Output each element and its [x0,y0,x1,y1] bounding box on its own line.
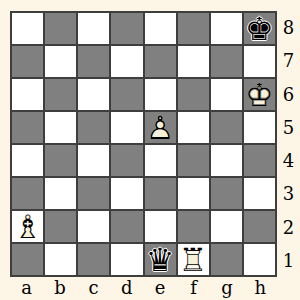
square-d8[interactable] [111,13,142,44]
white-bishop: ♝♗ [12,211,43,242]
square-h7[interactable] [244,46,275,77]
square-c6[interactable] [78,79,109,110]
square-e8[interactable] [145,13,176,44]
file-label-b: b [43,277,76,299]
square-g3[interactable] [211,178,242,209]
square-a7[interactable] [12,46,43,77]
file-label-f: f [177,277,210,299]
rank-label-7: 7 [278,44,299,77]
square-b3[interactable] [45,178,76,209]
square-d5[interactable] [111,112,142,143]
square-c8[interactable] [78,13,109,44]
square-c4[interactable] [78,145,109,176]
rank-label-1: 1 [278,244,299,277]
square-e5[interactable]: ♟♙ [145,112,176,143]
square-d3[interactable] [111,178,142,209]
rank-label-2: 2 [278,211,299,244]
black-queen: ♛ [145,244,176,275]
square-a3[interactable] [12,178,43,209]
black-king: ♚ [244,13,275,44]
square-g8[interactable] [211,13,242,44]
square-g7[interactable] [211,46,242,77]
square-a5[interactable] [12,112,43,143]
square-f5[interactable] [178,112,209,143]
square-e1[interactable]: ♛ [145,244,176,275]
square-e7[interactable] [145,46,176,77]
square-h6[interactable]: ♚♔ [244,79,275,110]
square-g2[interactable] [211,211,242,242]
square-b2[interactable] [45,211,76,242]
white-king: ♚♔ [244,79,275,110]
square-b7[interactable] [45,46,76,77]
square-b5[interactable] [45,112,76,143]
file-label-g: g [210,277,243,299]
square-h2[interactable] [244,211,275,242]
file-label-a: a [10,277,43,299]
square-b4[interactable] [45,145,76,176]
square-f1[interactable]: ♜♖ [178,244,209,275]
file-label-h: h [244,277,277,299]
rank-label-8: 8 [278,11,299,44]
rank-label-3: 3 [278,177,299,210]
square-e2[interactable] [145,211,176,242]
square-d6[interactable] [111,79,142,110]
square-g6[interactable] [211,79,242,110]
square-f4[interactable] [178,145,209,176]
rank-label-6: 6 [278,78,299,111]
file-label-c: c [77,277,110,299]
rank-label-4: 4 [278,144,299,177]
square-b6[interactable] [45,79,76,110]
white-rook: ♜♖ [178,244,209,275]
square-g1[interactable] [211,244,242,275]
file-label-d: d [110,277,143,299]
square-e3[interactable] [145,178,176,209]
square-c1[interactable] [78,244,109,275]
square-a8[interactable] [12,13,43,44]
square-f3[interactable] [178,178,209,209]
square-h4[interactable] [244,145,275,176]
square-g4[interactable] [211,145,242,176]
square-a4[interactable] [12,145,43,176]
square-f2[interactable] [178,211,209,242]
square-a1[interactable] [12,244,43,275]
square-c3[interactable] [78,178,109,209]
square-d7[interactable] [111,46,142,77]
square-b1[interactable] [45,244,76,275]
square-f6[interactable] [178,79,209,110]
square-f8[interactable] [178,13,209,44]
square-a6[interactable] [12,79,43,110]
square-c2[interactable] [78,211,109,242]
square-d4[interactable] [111,145,142,176]
square-c5[interactable] [78,112,109,143]
square-h3[interactable] [244,178,275,209]
rank-label-5: 5 [278,111,299,144]
square-b8[interactable] [45,13,76,44]
square-a2[interactable]: ♝♗ [12,211,43,242]
square-h8[interactable]: ♚ [244,13,275,44]
file-label-e: e [144,277,177,299]
square-e6[interactable] [145,79,176,110]
chess-board: ♚♚♔♟♙♝♗♛♜♖ [10,11,277,277]
square-f7[interactable] [178,46,209,77]
white-pawn: ♟♙ [145,112,176,143]
square-d1[interactable] [111,244,142,275]
square-d2[interactable] [111,211,142,242]
square-e4[interactable] [145,145,176,176]
square-h5[interactable] [244,112,275,143]
rank-labels: 8 7 6 5 4 3 2 1 [278,11,299,277]
square-g5[interactable] [211,112,242,143]
square-c7[interactable] [78,46,109,77]
file-labels: a b c d e f g h [10,277,277,299]
square-h1[interactable] [244,244,275,275]
